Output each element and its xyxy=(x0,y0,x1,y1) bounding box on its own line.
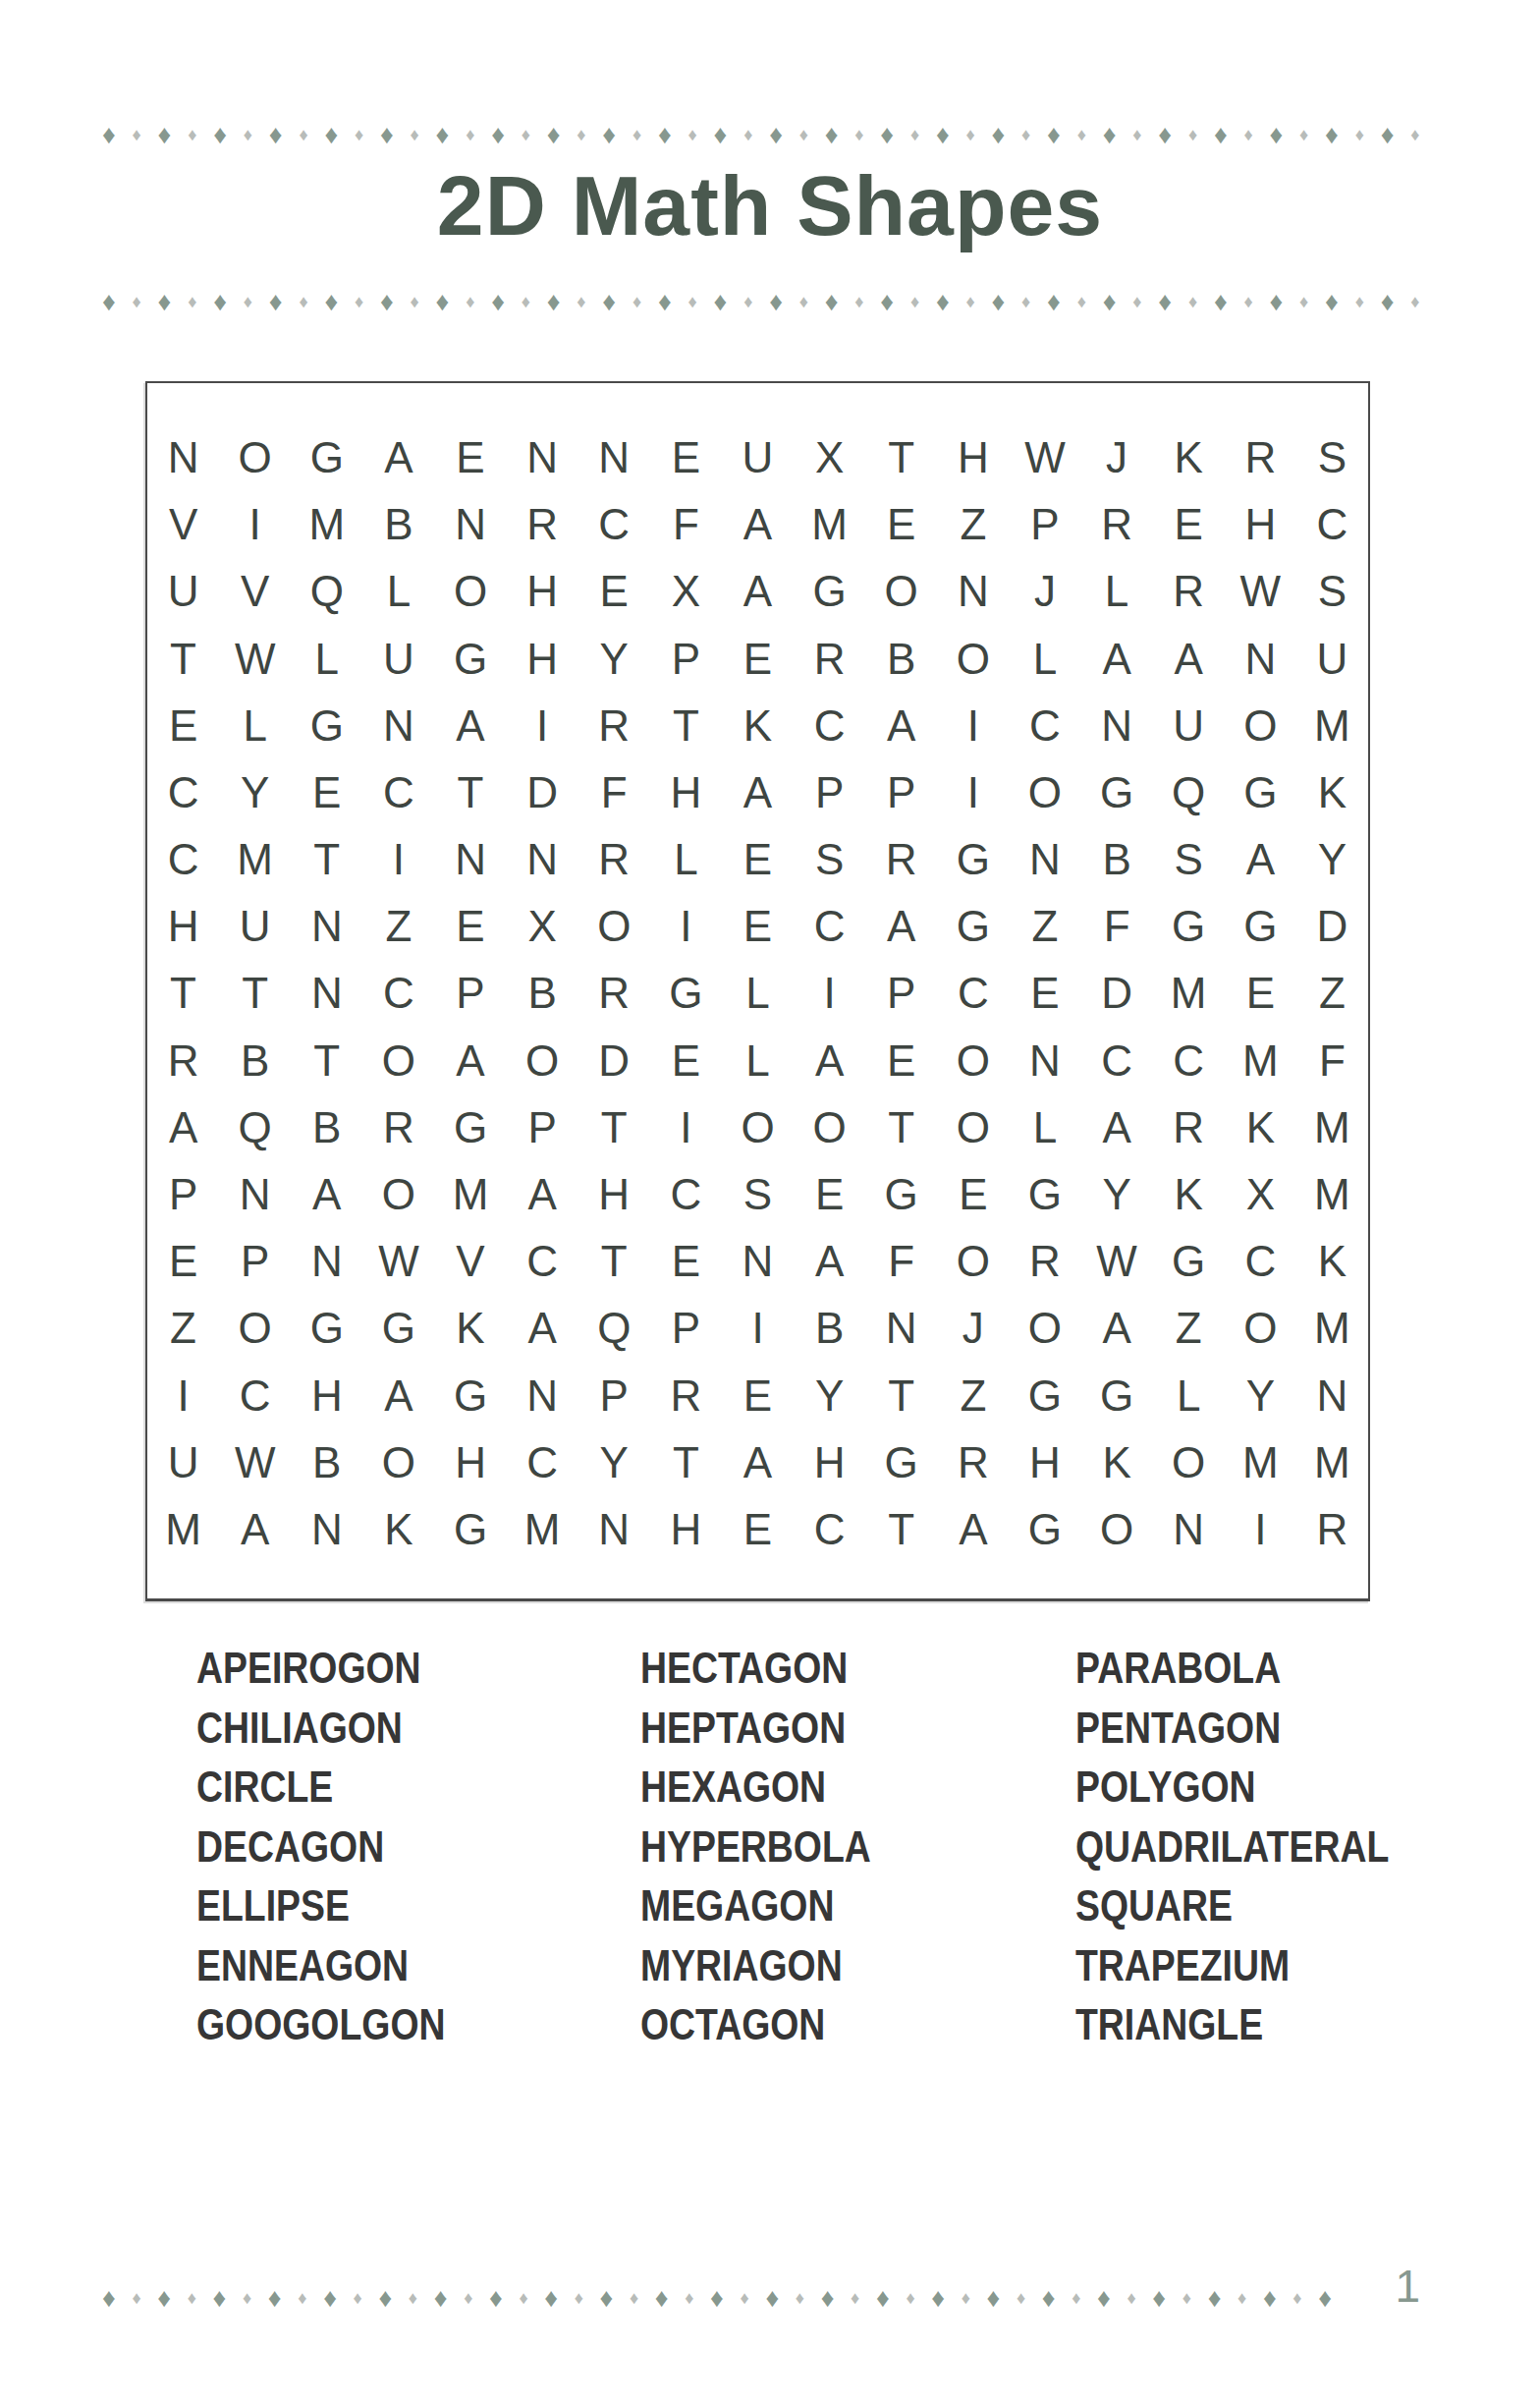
grid-cell[interactable]: O xyxy=(1225,693,1296,759)
grid-cell[interactable]: P xyxy=(434,960,506,1027)
grid-cell[interactable]: A xyxy=(865,693,937,759)
grid-cell[interactable]: K xyxy=(1153,424,1225,491)
grid-cell[interactable]: U xyxy=(1153,693,1225,759)
grid-cell[interactable]: T xyxy=(291,1028,362,1094)
diamond-icon: ♦ xyxy=(380,122,394,148)
grid-cell[interactable]: H xyxy=(1009,1429,1080,1496)
grid-cell[interactable]: G xyxy=(434,1496,506,1563)
grid-cell[interactable]: O xyxy=(1009,1295,1080,1362)
grid-cell[interactable]: Z xyxy=(937,491,1009,558)
grid-cell[interactable]: O xyxy=(362,1028,434,1094)
grid-cell[interactable]: M xyxy=(1153,960,1225,1027)
grid-cell[interactable]: R xyxy=(1225,424,1296,491)
grid-cell[interactable]: H xyxy=(937,424,1009,491)
grid-cell[interactable]: K xyxy=(722,693,794,759)
grid-cell[interactable]: E xyxy=(794,1161,865,1228)
grid-cell[interactable]: O xyxy=(507,1028,578,1094)
grid-cell[interactable]: Q xyxy=(1153,759,1225,826)
grid-cell[interactable]: X xyxy=(1225,1161,1296,1228)
grid-cell[interactable]: I xyxy=(147,1362,219,1428)
grid-cell[interactable]: A xyxy=(1081,1094,1153,1161)
grid-cell[interactable]: T xyxy=(147,626,219,693)
grid-cell[interactable]: N xyxy=(507,424,578,491)
grid-cell[interactable]: G xyxy=(1009,1161,1080,1228)
grid-cell[interactable]: N xyxy=(1081,693,1153,759)
grid-cell[interactable]: L xyxy=(650,826,722,893)
grid-cell[interactable]: H xyxy=(1225,491,1296,558)
grid-cell[interactable]: Y xyxy=(794,1362,865,1428)
grid-cell[interactable]: P xyxy=(865,960,937,1027)
grid-cell[interactable]: P xyxy=(147,1161,219,1228)
grid-cell[interactable]: G xyxy=(1081,1362,1153,1428)
grid-cell[interactable]: G xyxy=(434,1094,506,1161)
grid-cell[interactable]: P xyxy=(1009,491,1080,558)
grid-cell[interactable]: L xyxy=(722,960,794,1027)
grid-cell[interactable]: H xyxy=(578,1161,650,1228)
grid-cell[interactable]: O xyxy=(937,626,1009,693)
grid-cell[interactable]: O xyxy=(219,1295,291,1362)
grid-cell[interactable]: H xyxy=(507,558,578,625)
grid-cell[interactable]: E xyxy=(147,1228,219,1295)
grid-cell[interactable]: B xyxy=(507,960,578,1027)
grid-cell[interactable]: A xyxy=(1081,626,1153,693)
grid-cell[interactable]: E xyxy=(147,693,219,759)
grid-cell[interactable]: A xyxy=(794,1228,865,1295)
grid-cell[interactable]: T xyxy=(865,1496,937,1563)
grid-cell[interactable]: I xyxy=(362,826,434,893)
grid-cell[interactable]: M xyxy=(1296,1429,1368,1496)
grid-cell[interactable]: L xyxy=(1009,1094,1080,1161)
grid-cell[interactable]: B xyxy=(1081,826,1153,893)
diamond-icon: ♦ xyxy=(244,293,252,310)
grid-cell[interactable]: I xyxy=(1225,1496,1296,1563)
grid-cell[interactable]: E xyxy=(937,1161,1009,1228)
grid-cell[interactable]: T xyxy=(578,1094,650,1161)
grid-cell[interactable]: Z xyxy=(937,1362,1009,1428)
grid-cell[interactable]: Q xyxy=(578,1295,650,1362)
grid-cell[interactable]: N xyxy=(434,491,506,558)
grid-cell[interactable]: N xyxy=(578,1496,650,1563)
grid-cell[interactable]: G xyxy=(291,693,362,759)
grid-cell[interactable]: O xyxy=(794,1094,865,1161)
grid-cell[interactable]: E xyxy=(650,1028,722,1094)
grid-cell[interactable]: T xyxy=(291,826,362,893)
grid-cell[interactable]: H xyxy=(291,1362,362,1428)
grid-cell[interactable]: S xyxy=(1153,826,1225,893)
grid-cell[interactable]: Y xyxy=(578,626,650,693)
grid-cell[interactable]: H xyxy=(147,893,219,960)
grid-cell[interactable]: V xyxy=(219,558,291,625)
grid-cell[interactable]: G xyxy=(1153,1228,1225,1295)
grid-cell[interactable]: R xyxy=(362,1094,434,1161)
grid-cell[interactable]: P xyxy=(507,1094,578,1161)
grid-cell[interactable]: M xyxy=(794,491,865,558)
grid-cell[interactable]: E xyxy=(865,491,937,558)
word-item: GOOGOLGON xyxy=(196,1995,445,2055)
grid-cell[interactable]: W xyxy=(362,1228,434,1295)
grid-cell[interactable]: N xyxy=(1009,1028,1080,1094)
grid-cell[interactable]: I xyxy=(650,1094,722,1161)
grid-cell[interactable]: K xyxy=(1296,1228,1368,1295)
grid-cell[interactable]: G xyxy=(1009,1496,1080,1563)
grid-cell[interactable]: E xyxy=(722,1496,794,1563)
grid-cell[interactable]: R xyxy=(147,1028,219,1094)
grid-cell[interactable]: R xyxy=(650,1362,722,1428)
grid-cell[interactable]: L xyxy=(362,558,434,625)
grid-cell[interactable]: N xyxy=(507,1362,578,1428)
grid-cell[interactable]: P xyxy=(650,1295,722,1362)
grid-cell[interactable]: E xyxy=(650,1228,722,1295)
grid-cell[interactable]: P xyxy=(865,759,937,826)
grid-cell[interactable]: O xyxy=(865,558,937,625)
grid-cell[interactable]: W xyxy=(219,1429,291,1496)
grid-cell[interactable]: C xyxy=(1153,1028,1225,1094)
grid-cell[interactable]: P xyxy=(794,759,865,826)
grid-cell[interactable]: T xyxy=(434,759,506,826)
grid-cell[interactable]: J xyxy=(937,1295,1009,1362)
grid-cell[interactable]: I xyxy=(650,893,722,960)
grid-cell[interactable]: R xyxy=(578,826,650,893)
grid-cell[interactable]: I xyxy=(794,960,865,1027)
grid-cell[interactable]: T xyxy=(865,1362,937,1428)
grid-cell[interactable]: E xyxy=(722,893,794,960)
grid-cell[interactable]: J xyxy=(1081,424,1153,491)
grid-cell[interactable]: I xyxy=(722,1295,794,1362)
grid-cell[interactable]: R xyxy=(578,693,650,759)
grid-cell[interactable]: O xyxy=(578,893,650,960)
grid-cell[interactable]: N xyxy=(291,960,362,1027)
grid-cell[interactable]: S xyxy=(1296,558,1368,625)
grid-cell[interactable]: N xyxy=(291,1496,362,1563)
grid-cell[interactable]: O xyxy=(722,1094,794,1161)
grid-cell[interactable]: A xyxy=(722,491,794,558)
grid-cell[interactable]: A xyxy=(434,693,506,759)
grid-cell[interactable]: O xyxy=(937,1028,1009,1094)
grid-cell[interactable]: T xyxy=(650,693,722,759)
grid-cell[interactable]: A xyxy=(362,424,434,491)
grid-cell[interactable]: F xyxy=(865,1228,937,1295)
grid-cell[interactable]: K xyxy=(434,1295,506,1362)
grid-cell[interactable]: D xyxy=(578,1028,650,1094)
grid-cell[interactable]: M xyxy=(1225,1429,1296,1496)
grid-cell[interactable]: P xyxy=(578,1362,650,1428)
grid-cell[interactable]: N xyxy=(434,826,506,893)
grid-cell[interactable]: G xyxy=(434,626,506,693)
grid-cell[interactable]: E xyxy=(578,558,650,625)
grid-cell[interactable]: A xyxy=(362,1362,434,1428)
grid-cell[interactable]: C xyxy=(937,960,1009,1027)
grid-cell[interactable]: T xyxy=(219,960,291,1027)
grid-cell[interactable]: U xyxy=(722,424,794,491)
grid-cell[interactable]: R xyxy=(865,826,937,893)
grid-cell[interactable]: U xyxy=(147,1429,219,1496)
grid-cell[interactable]: U xyxy=(219,893,291,960)
grid-cell[interactable]: M xyxy=(1296,1094,1368,1161)
grid-cell[interactable]: Y xyxy=(1081,1161,1153,1228)
grid-cell[interactable]: L xyxy=(1081,558,1153,625)
diamond-icon: ♦ xyxy=(1325,122,1339,148)
grid-cell[interactable]: T xyxy=(865,424,937,491)
grid-cell[interactable]: O xyxy=(434,558,506,625)
grid-cell[interactable]: N xyxy=(578,424,650,491)
diamond-icon: ♦ xyxy=(157,2285,171,2312)
grid-cell[interactable]: C xyxy=(1296,491,1368,558)
grid-cell[interactable]: Z xyxy=(1296,960,1368,1027)
grid-cell[interactable]: N xyxy=(865,1295,937,1362)
grid-cell[interactable]: W xyxy=(219,626,291,693)
grid-cell[interactable]: F xyxy=(1081,893,1153,960)
grid-cell[interactable]: K xyxy=(1081,1429,1153,1496)
grid-cell[interactable]: I xyxy=(219,491,291,558)
grid-cell[interactable]: G xyxy=(291,1295,362,1362)
grid-cell[interactable]: P xyxy=(650,626,722,693)
grid-cell[interactable]: H xyxy=(434,1429,506,1496)
grid-cell[interactable]: O xyxy=(362,1429,434,1496)
grid-cell[interactable]: A xyxy=(507,1295,578,1362)
grid-cell[interactable]: G xyxy=(434,1362,506,1428)
grid-cell[interactable]: H xyxy=(650,1496,722,1563)
grid-cell[interactable]: L xyxy=(1153,1362,1225,1428)
grid-cell[interactable]: M xyxy=(291,491,362,558)
grid-cell[interactable]: C xyxy=(794,893,865,960)
grid-cell[interactable]: E xyxy=(650,424,722,491)
grid-cell[interactable]: O xyxy=(937,1228,1009,1295)
grid-cell[interactable]: R xyxy=(1153,558,1225,625)
diamond-icon: ♦ xyxy=(1318,2285,1332,2312)
grid-cell[interactable]: G xyxy=(865,1161,937,1228)
grid-cell[interactable]: N xyxy=(937,558,1009,625)
grid-cell[interactable]: B xyxy=(291,1429,362,1496)
grid-cell[interactable]: U xyxy=(1296,626,1368,693)
grid-cell[interactable]: Z xyxy=(147,1295,219,1362)
grid-cell[interactable]: U xyxy=(147,558,219,625)
grid-cell[interactable]: C xyxy=(650,1161,722,1228)
grid-cell[interactable]: G xyxy=(937,893,1009,960)
grid-cell[interactable]: R xyxy=(1296,1496,1368,1563)
grid-cell[interactable]: G xyxy=(865,1429,937,1496)
grid-cell[interactable]: C xyxy=(147,826,219,893)
grid-cell[interactable]: M xyxy=(147,1496,219,1563)
grid-cell[interactable]: K xyxy=(1153,1161,1225,1228)
grid-cell[interactable]: A xyxy=(434,1028,506,1094)
grid-cell[interactable]: M xyxy=(434,1161,506,1228)
grid-cell[interactable]: G xyxy=(362,1295,434,1362)
grid-cell[interactable]: G xyxy=(937,826,1009,893)
grid-cell[interactable]: Z xyxy=(1009,893,1080,960)
grid-cell[interactable]: A xyxy=(1225,826,1296,893)
grid-cell[interactable]: Q xyxy=(291,558,362,625)
grid-cell[interactable]: B xyxy=(291,1094,362,1161)
grid-cell[interactable]: J xyxy=(1009,558,1080,625)
grid-cell[interactable]: C xyxy=(507,1228,578,1295)
grid-cell[interactable]: Y xyxy=(219,759,291,826)
grid-cell[interactable]: C xyxy=(362,960,434,1027)
grid-cell[interactable]: S xyxy=(794,826,865,893)
grid-cell[interactable]: T xyxy=(578,1228,650,1295)
grid-cell[interactable]: O xyxy=(1225,1295,1296,1362)
grid-cell[interactable]: Y xyxy=(578,1429,650,1496)
grid-cell[interactable]: A xyxy=(147,1094,219,1161)
grid-cell[interactable]: Z xyxy=(362,893,434,960)
grid-cell[interactable]: P xyxy=(219,1228,291,1295)
grid-cell[interactable]: C xyxy=(507,1429,578,1496)
grid-cell[interactable]: R xyxy=(937,1429,1009,1496)
grid-cell[interactable]: E xyxy=(1153,491,1225,558)
grid-cell[interactable]: V xyxy=(147,491,219,558)
grid-cell[interactable]: U xyxy=(362,626,434,693)
grid-cell[interactable]: H xyxy=(507,626,578,693)
diamond-icon: ♦ xyxy=(269,122,283,148)
grid-cell[interactable]: R xyxy=(1153,1094,1225,1161)
grid-cell[interactable]: E xyxy=(291,759,362,826)
grid-cell[interactable]: K xyxy=(362,1496,434,1563)
grid-cell[interactable]: A xyxy=(722,1429,794,1496)
diamond-icon: ♦ xyxy=(1381,289,1395,315)
grid-cell[interactable]: M xyxy=(1225,1028,1296,1094)
grid-cell[interactable]: A xyxy=(722,558,794,625)
grid-cell[interactable]: C xyxy=(147,759,219,826)
grid-cell[interactable]: O xyxy=(1081,1496,1153,1563)
grid-cell[interactable]: R xyxy=(1009,1228,1080,1295)
grid-cell[interactable]: R xyxy=(794,626,865,693)
grid-cell[interactable]: E xyxy=(434,424,506,491)
grid-cell[interactable]: G xyxy=(291,424,362,491)
grid-cell[interactable]: X xyxy=(794,424,865,491)
grid-cell[interactable]: L xyxy=(722,1028,794,1094)
grid-cell[interactable]: O xyxy=(1153,1429,1225,1496)
grid-cell[interactable]: G xyxy=(1009,1362,1080,1428)
grid-cell[interactable]: L xyxy=(1009,626,1080,693)
grid-cell[interactable]: S xyxy=(1296,424,1368,491)
grid-cell[interactable]: F xyxy=(650,491,722,558)
grid-cell[interactable]: H xyxy=(650,759,722,826)
diamond-icon: ♦ xyxy=(354,2289,362,2307)
grid-cell[interactable]: G xyxy=(794,558,865,625)
grid-cell[interactable]: L xyxy=(219,693,291,759)
grid-cell[interactable]: I xyxy=(507,693,578,759)
grid-cell[interactable]: O xyxy=(362,1161,434,1228)
grid-cell[interactable]: K xyxy=(1225,1094,1296,1161)
grid-cell[interactable]: N xyxy=(507,826,578,893)
grid-cell[interactable]: E xyxy=(722,826,794,893)
grid-cell[interactable]: E xyxy=(865,1028,937,1094)
grid-cell[interactable]: A xyxy=(1081,1295,1153,1362)
grid-cell[interactable]: N xyxy=(147,424,219,491)
grid-cell[interactable]: A xyxy=(507,1161,578,1228)
grid-cell[interactable]: C xyxy=(794,693,865,759)
grid-cell[interactable]: G xyxy=(1225,893,1296,960)
grid-cell[interactable]: N xyxy=(362,693,434,759)
grid-cell[interactable]: E xyxy=(722,1362,794,1428)
grid-cell[interactable]: W xyxy=(1225,558,1296,625)
grid-cell[interactable]: W xyxy=(1081,1228,1153,1295)
grid-cell[interactable]: A xyxy=(219,1496,291,1563)
grid-cell[interactable]: R xyxy=(507,491,578,558)
grid-cell[interactable]: V xyxy=(434,1228,506,1295)
grid-cell[interactable]: C xyxy=(219,1362,291,1428)
grid-cell[interactable]: A xyxy=(794,1028,865,1094)
grid-cell[interactable]: K xyxy=(1296,759,1368,826)
grid-cell[interactable]: R xyxy=(1081,491,1153,558)
grid-cell[interactable]: O xyxy=(937,1094,1009,1161)
grid-cell[interactable]: Q xyxy=(219,1094,291,1161)
grid-cell[interactable]: E xyxy=(1009,960,1080,1027)
grid-cell[interactable]: N xyxy=(1009,826,1080,893)
grid-cell[interactable]: G xyxy=(1225,759,1296,826)
grid-cell[interactable]: A xyxy=(1153,626,1225,693)
grid-cell[interactable]: Z xyxy=(1153,1295,1225,1362)
grid-cell[interactable]: M xyxy=(219,826,291,893)
grid-cell[interactable]: M xyxy=(1296,1295,1368,1362)
grid-cell[interactable]: O xyxy=(219,424,291,491)
grid-cell[interactable]: N xyxy=(291,1228,362,1295)
grid-cell[interactable]: C xyxy=(1009,693,1080,759)
grid-cell[interactable]: E xyxy=(434,893,506,960)
grid-cell[interactable]: I xyxy=(937,693,1009,759)
grid-cell[interactable]: B xyxy=(362,491,434,558)
grid-cell[interactable]: D xyxy=(1081,960,1153,1027)
grid-cell[interactable]: T xyxy=(650,1429,722,1496)
grid-cell[interactable]: B xyxy=(865,626,937,693)
grid-cell[interactable]: N xyxy=(291,893,362,960)
grid-cell[interactable]: R xyxy=(578,960,650,1027)
grid-cell[interactable]: X xyxy=(650,558,722,625)
grid-cell[interactable]: G xyxy=(1081,759,1153,826)
grid-cell[interactable]: W xyxy=(1009,424,1080,491)
grid-cell[interactable]: A xyxy=(865,893,937,960)
grid-cell[interactable]: C xyxy=(362,759,434,826)
grid-cell[interactable]: T xyxy=(865,1094,937,1161)
grid-cell[interactable]: N xyxy=(1225,626,1296,693)
grid-cell[interactable]: E xyxy=(1225,960,1296,1027)
grid-cell[interactable]: S xyxy=(722,1161,794,1228)
grid-cell[interactable]: Y xyxy=(1225,1362,1296,1428)
grid-cell[interactable]: Y xyxy=(1296,826,1368,893)
diamond-icon: ♦ xyxy=(1410,126,1419,143)
grid-cell[interactable]: C xyxy=(1081,1028,1153,1094)
grid-cell[interactable]: A xyxy=(291,1161,362,1228)
grid-cell[interactable]: G xyxy=(1153,893,1225,960)
grid-cell[interactable]: C xyxy=(578,491,650,558)
grid-cell[interactable]: N xyxy=(1153,1496,1225,1563)
grid-cell[interactable]: A xyxy=(937,1496,1009,1563)
grid-cell[interactable]: B xyxy=(219,1028,291,1094)
grid-cell[interactable]: T xyxy=(147,960,219,1027)
grid-cell[interactable]: D xyxy=(1296,893,1368,960)
grid-cell[interactable]: M xyxy=(1296,1161,1368,1228)
grid-cell[interactable]: B xyxy=(794,1295,865,1362)
grid-cell[interactable]: H xyxy=(794,1429,865,1496)
grid-cell[interactable]: A xyxy=(722,759,794,826)
grid-cell[interactable]: C xyxy=(1225,1228,1296,1295)
grid-cell[interactable]: D xyxy=(507,759,578,826)
grid-cell[interactable]: N xyxy=(722,1228,794,1295)
grid-cell[interactable]: F xyxy=(578,759,650,826)
grid-cell[interactable]: N xyxy=(219,1161,291,1228)
grid-cell[interactable]: G xyxy=(650,960,722,1027)
grid-cell[interactable]: M xyxy=(1296,693,1368,759)
diamond-icon: ♦ xyxy=(854,293,863,310)
grid-cell[interactable]: O xyxy=(1009,759,1080,826)
grid-cell[interactable]: C xyxy=(794,1496,865,1563)
grid-cell[interactable]: L xyxy=(291,626,362,693)
grid-cell[interactable]: E xyxy=(722,626,794,693)
grid-cell[interactable]: X xyxy=(507,893,578,960)
grid-cell[interactable]: I xyxy=(937,759,1009,826)
grid-cell[interactable]: N xyxy=(1296,1362,1368,1428)
grid-cell[interactable]: F xyxy=(1296,1028,1368,1094)
grid-cell[interactable]: M xyxy=(507,1496,578,1563)
